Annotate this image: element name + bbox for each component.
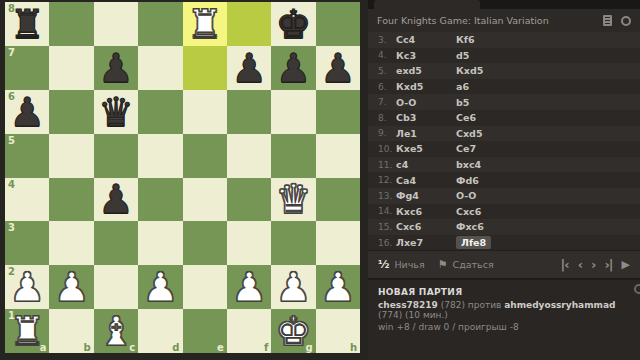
square-c7[interactable]: ♟ — [94, 46, 138, 90]
square-g3[interactable] — [271, 221, 315, 265]
black-king: ♚ — [271, 2, 315, 46]
black-move[interactable]: b5 — [456, 97, 516, 108]
black-move[interactable]: d5 — [456, 50, 516, 61]
square-f8[interactable] — [227, 2, 271, 46]
move-navigation: |‹‹››|▶ — [561, 258, 630, 271]
rank-label-5: 5 — [8, 135, 15, 146]
square-g8[interactable]: ♚ — [271, 2, 315, 46]
black-move[interactable]: Фxc6 — [456, 221, 516, 232]
black-move[interactable]: O-O — [456, 190, 516, 201]
vs-label: против — [468, 300, 502, 310]
square-d7[interactable] — [138, 46, 182, 90]
square-h8[interactable] — [316, 2, 360, 46]
black-pawn: ♟ — [94, 178, 138, 222]
resign-flag-icon[interactable]: ⚑ — [438, 258, 448, 271]
square-h3[interactable] — [316, 221, 360, 265]
file-label-g: g — [305, 342, 312, 353]
black-move[interactable]: bxc4 — [456, 159, 516, 170]
square-d5[interactable] — [138, 134, 182, 178]
new-game-section: НОВАЯ ПАРТИЯ chess78219 (782) против ahm… — [368, 280, 640, 360]
black-move[interactable]: Сxc6 — [456, 206, 516, 217]
white-move[interactable]: Кxc6 — [396, 206, 456, 217]
players-line: chess78219 (782) против ahmedyossryhamma… — [378, 300, 630, 320]
square-b4[interactable] — [49, 178, 93, 222]
square-g6[interactable] — [271, 90, 315, 134]
black-move[interactable]: Фd6 — [456, 175, 516, 186]
square-b6[interactable] — [49, 90, 93, 134]
openings-book-icon[interactable] — [603, 15, 612, 26]
white-move[interactable]: Сc4 — [396, 34, 456, 45]
white-queen: ♛ — [271, 178, 315, 222]
move-number: 16. — [378, 238, 396, 248]
white-move[interactable]: Фg4 — [396, 190, 456, 201]
square-a7[interactable]: 7 — [5, 46, 49, 90]
square-b2[interactable]: ♟ — [49, 265, 93, 309]
square-h1[interactable]: h — [316, 309, 360, 353]
black-pawn: ♟ — [227, 46, 271, 90]
white-pawn: ♟ — [271, 265, 315, 309]
square-b5[interactable] — [49, 134, 93, 178]
move-row: 9.Ле1Сxd5 — [368, 126, 640, 142]
move-number: 9. — [378, 128, 396, 138]
white-move[interactable]: Сa4 — [396, 175, 456, 186]
move-number: 14. — [378, 206, 396, 216]
square-e3[interactable] — [183, 221, 227, 265]
active-tab[interactable] — [374, 0, 480, 9]
white-pawn: ♟ — [49, 265, 93, 309]
square-a8[interactable]: 8♜ — [5, 2, 49, 46]
black-move[interactable]: a6 — [456, 81, 516, 92]
square-c6[interactable]: ♛ — [94, 90, 138, 134]
white-move[interactable]: Кxd5 — [396, 81, 456, 92]
move-number: 11. — [378, 160, 396, 170]
opening-name: Four Knights Game: Italian Variation — [377, 15, 603, 26]
file-label-f: f — [264, 342, 268, 353]
move-row: 14.Кxc6Сxc6 — [368, 204, 640, 220]
move-row: 4.Кc3d5 — [368, 48, 640, 64]
draw-button[interactable]: Ничья — [394, 259, 424, 270]
square-f1[interactable]: f — [227, 309, 271, 353]
square-h6[interactable] — [316, 90, 360, 134]
black-queen: ♛ — [94, 90, 138, 134]
black-move[interactable]: Сe6 — [456, 112, 516, 123]
square-c8[interactable] — [94, 2, 138, 46]
move-number: 4. — [378, 50, 396, 60]
white-player-name[interactable]: chess78219 — [378, 300, 438, 310]
file-label-e: e — [217, 342, 224, 353]
black-move[interactable]: Кf6 — [456, 34, 516, 45]
square-h4[interactable] — [316, 178, 360, 222]
rank-label-4: 4 — [8, 179, 15, 190]
white-move[interactable]: Ле1 — [396, 128, 456, 139]
rank-label-3: 3 — [8, 222, 15, 233]
move-row: 7.O-Ob5 — [368, 94, 640, 110]
move-number: 5. — [378, 66, 396, 76]
white-move[interactable]: O-O — [396, 97, 456, 108]
move-row: 10.Кxe5Сe7 — [368, 141, 640, 157]
square-a1[interactable]: 1a♜ — [5, 309, 49, 353]
file-label-a: a — [40, 342, 47, 353]
square-c3[interactable] — [94, 221, 138, 265]
white-move[interactable]: Кxe5 — [396, 143, 456, 154]
black-pawn: ♟ — [271, 46, 315, 90]
square-g5[interactable] — [271, 134, 315, 178]
time-control: (10 мин.) — [405, 310, 448, 320]
square-g1[interactable]: g♚ — [271, 309, 315, 353]
rank-label-7: 7 — [8, 47, 15, 58]
square-b7[interactable] — [49, 46, 93, 90]
move-row: 5.exd5Кxd5 — [368, 63, 640, 79]
square-d1[interactable]: d — [138, 309, 182, 353]
square-d6[interactable] — [138, 90, 182, 134]
move-number: 15. — [378, 222, 396, 232]
square-h2[interactable]: ♟ — [316, 265, 360, 309]
rank-label-1: 1 — [8, 310, 15, 321]
move-number: 3. — [378, 35, 396, 45]
white-move[interactable]: c4 — [396, 159, 456, 170]
square-h7[interactable]: ♟ — [316, 46, 360, 90]
move-number: 8. — [378, 113, 396, 123]
square-a3[interactable]: 3 — [5, 221, 49, 265]
move-row: 13.Фg4O-O — [368, 188, 640, 204]
black-player-name[interactable]: ahmedyossryhammad — [504, 300, 615, 310]
square-b8[interactable] — [49, 2, 93, 46]
move-row: 11.c4bxc4 — [368, 157, 640, 173]
move-row: 6.Кxd5a6 — [368, 79, 640, 95]
square-b1[interactable]: b — [49, 309, 93, 353]
square-c2[interactable] — [94, 265, 138, 309]
black-player-rating: (774) — [378, 310, 402, 320]
square-f2[interactable]: ♟ — [227, 265, 271, 309]
square-f5[interactable] — [227, 134, 271, 178]
square-d3[interactable] — [138, 221, 182, 265]
square-g7[interactable]: ♟ — [271, 46, 315, 90]
nav-last-button[interactable]: ›| — [604, 258, 612, 271]
move-row: 8.Сb3Сe6 — [368, 110, 640, 126]
square-h5[interactable] — [316, 134, 360, 178]
chess-board[interactable]: 8♜♜♚7♟♟♟♟6♟♛54♟♛32♟♟♟♟♟♟1a♜bc♝defg♚h — [5, 2, 360, 353]
square-f4[interactable] — [227, 178, 271, 222]
square-e8[interactable]: ♜ — [183, 2, 227, 46]
file-label-h: h — [350, 342, 357, 353]
square-a2[interactable]: 2♟ — [5, 265, 49, 309]
square-c1[interactable]: c♝ — [94, 309, 138, 353]
square-e4[interactable] — [183, 178, 227, 222]
white-pawn: ♟ — [227, 265, 271, 309]
square-f3[interactable] — [227, 221, 271, 265]
square-d2[interactable]: ♟ — [138, 265, 182, 309]
square-a4[interactable]: 4 — [5, 178, 49, 222]
file-label-b: b — [84, 342, 91, 353]
rank-label-6: 6 — [8, 91, 15, 102]
game-panel: Four Knights Game: Italian Variation 3.С… — [368, 0, 640, 360]
black-pawn: ♟ — [94, 46, 138, 90]
move-list: 3.Сc4Кf64.Кc3d55.exd5Кxd56.Кxd5a67.O-Ob5… — [368, 32, 640, 250]
square-a5[interactable]: 5 — [5, 134, 49, 178]
move-number: 12. — [378, 175, 396, 185]
square-b3[interactable] — [49, 221, 93, 265]
move-row: 16.Лxe7Лfe8 — [368, 235, 640, 251]
square-e1[interactable]: e — [183, 309, 227, 353]
square-g2[interactable]: ♟ — [271, 265, 315, 309]
resign-button[interactable]: Сдаться — [453, 259, 494, 270]
nav-prev-button[interactable]: ‹ — [578, 258, 582, 271]
white-move[interactable]: Сxc6 — [396, 221, 456, 232]
draw-half-icon[interactable]: ½ — [378, 258, 389, 271]
rank-label-2: 2 — [8, 266, 15, 277]
move-number: 7. — [378, 97, 396, 107]
info-circle-icon[interactable] — [634, 284, 640, 294]
move-row: 3.Сc4Кf6 — [368, 32, 640, 48]
move-row: 15.Сxc6Фxc6 — [368, 219, 640, 235]
file-label-c: c — [129, 342, 135, 353]
square-d8[interactable] — [138, 2, 182, 46]
nav-first-button[interactable]: |‹ — [561, 258, 569, 271]
square-e6[interactable] — [183, 90, 227, 134]
move-number: 13. — [378, 191, 396, 201]
move-row: 12.Сa4Фd6 — [368, 172, 640, 188]
move-number: 10. — [378, 144, 396, 154]
black-move[interactable]: Сxd5 — [456, 128, 516, 139]
game-controls-bar: ½ Ничья ⚑ Сдаться |‹‹››|▶ — [368, 250, 640, 280]
square-a6[interactable]: 6♟ — [5, 90, 49, 134]
rating-change-line: win +8 / draw 0 / проигрыш -8 — [378, 322, 630, 332]
square-c4[interactable]: ♟ — [94, 178, 138, 222]
square-c5[interactable] — [94, 134, 138, 178]
white-player-rating: (782) — [441, 300, 465, 310]
panel-tab-bar — [368, 0, 640, 9]
white-pawn: ♟ — [138, 265, 182, 309]
square-e2[interactable] — [183, 265, 227, 309]
square-f7[interactable]: ♟ — [227, 46, 271, 90]
white-move[interactable]: exd5 — [396, 65, 456, 76]
square-f6[interactable] — [227, 90, 271, 134]
new-game-heading: НОВАЯ ПАРТИЯ — [378, 287, 630, 297]
square-e5[interactable] — [183, 134, 227, 178]
square-e7[interactable] — [183, 46, 227, 90]
nav-next-button[interactable]: › — [591, 258, 595, 271]
square-g4[interactable]: ♛ — [271, 178, 315, 222]
square-d4[interactable] — [138, 178, 182, 222]
explorer-circle-icon[interactable] — [621, 16, 631, 26]
opening-header: Four Knights Game: Italian Variation — [368, 9, 640, 32]
white-move[interactable]: Сb3 — [396, 112, 456, 123]
rank-label-8: 8 — [8, 3, 15, 14]
black-move[interactable]: Сe7 — [456, 143, 516, 154]
black-move-selected[interactable]: Лfe8 — [456, 237, 516, 248]
nav-play-button[interactable]: ▶ — [622, 259, 630, 270]
white-move[interactable]: Кc3 — [396, 50, 456, 61]
black-move[interactable]: Кxd5 — [456, 65, 516, 76]
white-move[interactable]: Лxe7 — [396, 237, 456, 248]
move-number: 6. — [378, 82, 396, 92]
white-rook: ♜ — [183, 2, 227, 46]
file-label-d: d — [172, 342, 179, 353]
black-pawn: ♟ — [316, 46, 360, 90]
white-pawn: ♟ — [316, 265, 360, 309]
